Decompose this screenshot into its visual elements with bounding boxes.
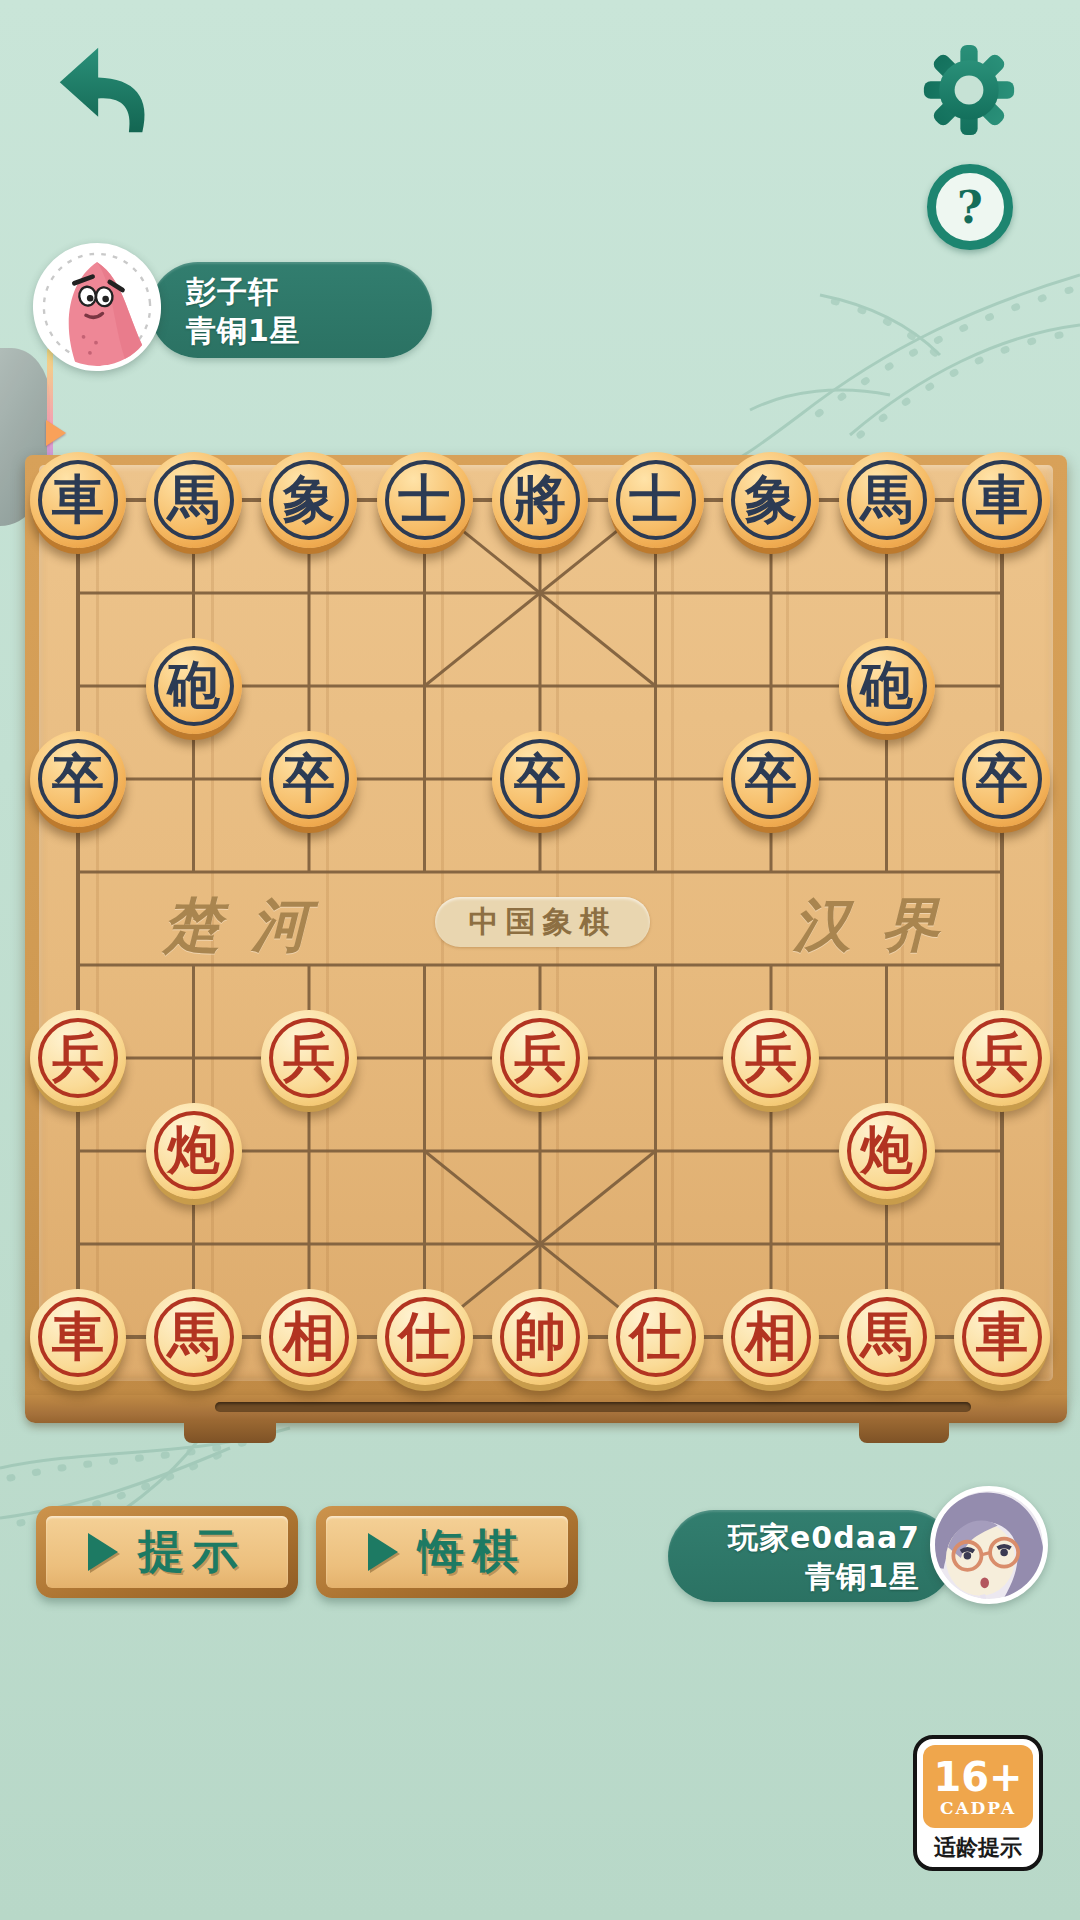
age-rating-age: 16+ [933, 1756, 1022, 1798]
player-rank: 青铜1星 [668, 1557, 920, 1596]
piece-glyph: 士 [630, 473, 682, 525]
piece-ring: 兵 [269, 1018, 349, 1098]
piece-red-兵[interactable]: 兵 [954, 1010, 1050, 1106]
piece-red-兵[interactable]: 兵 [261, 1010, 357, 1106]
piece-ring: 車 [962, 1297, 1042, 1377]
piece-ring: 卒 [731, 739, 811, 819]
piece-ring: 象 [269, 460, 349, 540]
piece-glyph: 象 [745, 473, 797, 525]
piece-red-炮[interactable]: 炮 [839, 1103, 935, 1199]
piece-red-兵[interactable]: 兵 [492, 1010, 588, 1106]
piece-glyph: 仕 [399, 1310, 451, 1362]
piece-glyph: 相 [745, 1310, 797, 1362]
piece-black-車[interactable]: 車 [30, 452, 126, 548]
piece-ring: 馬 [847, 1297, 927, 1377]
piece-glyph: 帥 [514, 1310, 566, 1362]
piece-black-卒[interactable]: 卒 [492, 731, 588, 827]
piece-ring: 砲 [847, 646, 927, 726]
piece-red-仕[interactable]: 仕 [377, 1289, 473, 1385]
piece-ring: 相 [269, 1297, 349, 1377]
piece-ring: 卒 [500, 739, 580, 819]
player-badge: 玩家e0daa7 青铜1星 [668, 1510, 954, 1602]
piece-ring: 馬 [154, 460, 234, 540]
piece-ring: 卒 [38, 739, 118, 819]
opponent-badge: 彭子轩 青铜1星 [150, 262, 432, 358]
age-rating-org: CADPA [940, 1798, 1016, 1818]
age-rating-box: 16+ CADPA [923, 1745, 1033, 1828]
piece-red-炮[interactable]: 炮 [146, 1103, 242, 1199]
piece-red-馬[interactable]: 馬 [839, 1289, 935, 1385]
piece-ring: 炮 [154, 1111, 234, 1191]
piece-ring: 仕 [616, 1297, 696, 1377]
back-button[interactable] [46, 40, 158, 136]
undo-button[interactable]: 悔棋 [316, 1506, 578, 1598]
hint-button[interactable]: 提示 [36, 1506, 298, 1598]
question-mark-icon: ? [957, 182, 983, 233]
player-avatar [930, 1486, 1048, 1604]
piece-ring: 馬 [847, 460, 927, 540]
piece-black-車[interactable]: 車 [954, 452, 1050, 548]
piece-red-兵[interactable]: 兵 [723, 1010, 819, 1106]
piece-glyph: 馬 [861, 1310, 913, 1362]
piece-black-象[interactable]: 象 [261, 452, 357, 548]
piece-glyph: 象 [283, 473, 335, 525]
board-foot-right [859, 1421, 949, 1443]
piece-glyph: 仕 [630, 1310, 682, 1362]
board-foot-left [184, 1421, 276, 1443]
piece-red-仕[interactable]: 仕 [608, 1289, 704, 1385]
game-screen: { "game": "xiangqi", "icons": { "back": … [0, 0, 1080, 1920]
age-rating-badge: 16+ CADPA 适龄提示 [913, 1735, 1043, 1871]
piece-glyph: 車 [52, 473, 104, 525]
piece-black-象[interactable]: 象 [723, 452, 819, 548]
piece-red-馬[interactable]: 馬 [146, 1289, 242, 1385]
pieces-layer: 車馬象士將士象馬車砲砲卒卒卒卒卒兵兵兵兵兵炮炮車馬相仕帥仕相馬車 [25, 455, 1067, 1395]
piece-glyph: 車 [976, 1310, 1028, 1362]
piece-glyph: 將 [514, 473, 566, 525]
piece-ring: 卒 [962, 739, 1042, 819]
piece-glyph: 馬 [168, 1310, 220, 1362]
piece-glyph: 砲 [861, 659, 913, 711]
piece-glyph: 卒 [52, 752, 104, 804]
piece-glyph: 卒 [745, 752, 797, 804]
piece-ring: 帥 [500, 1297, 580, 1377]
piece-ring: 士 [616, 460, 696, 540]
piece-ring: 車 [962, 460, 1042, 540]
piece-ring: 兵 [962, 1018, 1042, 1098]
opponent-rank: 青铜1星 [186, 311, 432, 350]
piece-glyph: 兵 [976, 1031, 1028, 1083]
piece-glyph: 車 [52, 1310, 104, 1362]
settings-button[interactable] [916, 42, 1022, 138]
play-triangle-icon [88, 1533, 118, 1571]
piece-red-車[interactable]: 車 [30, 1289, 126, 1385]
piece-ring: 卒 [269, 739, 349, 819]
piece-ring: 相 [731, 1297, 811, 1377]
piece-ring: 士 [385, 460, 465, 540]
piece-black-士[interactable]: 士 [377, 452, 473, 548]
piece-black-馬[interactable]: 馬 [839, 452, 935, 548]
piece-black-卒[interactable]: 卒 [30, 731, 126, 827]
back-arrow-icon [46, 40, 158, 136]
piece-black-卒[interactable]: 卒 [261, 731, 357, 827]
age-rating-note: 适龄提示 [934, 1833, 1022, 1863]
piece-ring: 車 [38, 1297, 118, 1377]
piece-ring: 仕 [385, 1297, 465, 1377]
opponent-name: 彭子轩 [186, 272, 432, 311]
piece-glyph: 卒 [514, 752, 566, 804]
piece-glyph: 兵 [745, 1031, 797, 1083]
xiangqi-board[interactable]: 楚河 汉界 中国象棋 車馬象士將士象馬車砲砲卒卒卒卒卒兵兵兵兵兵炮炮車馬相仕帥仕… [25, 455, 1067, 1395]
piece-black-士[interactable]: 士 [608, 452, 704, 548]
board-base [25, 1395, 1067, 1423]
piece-glyph: 馬 [861, 473, 913, 525]
piece-black-卒[interactable]: 卒 [723, 731, 819, 827]
undo-button-label: 悔棋 [418, 1521, 526, 1583]
help-button[interactable]: ? [927, 164, 1013, 250]
drawer-arrow-icon [46, 420, 66, 446]
piece-glyph: 砲 [168, 659, 220, 711]
hint-button-label: 提示 [138, 1521, 246, 1583]
piece-red-帥[interactable]: 帥 [492, 1289, 588, 1385]
gear-icon [916, 42, 1022, 138]
piece-ring: 兵 [731, 1018, 811, 1098]
piece-glyph: 相 [283, 1310, 335, 1362]
piece-glyph: 卒 [976, 752, 1028, 804]
player-name: 玩家e0daa7 [668, 1518, 920, 1557]
piece-glyph: 車 [976, 473, 1028, 525]
piece-black-砲[interactable]: 砲 [839, 638, 935, 734]
piece-red-相[interactable]: 相 [723, 1289, 819, 1385]
board-base-groove [215, 1402, 971, 1412]
piece-ring: 將 [500, 460, 580, 540]
piece-ring: 砲 [154, 646, 234, 726]
piece-glyph: 炮 [861, 1124, 913, 1176]
piece-ring: 象 [731, 460, 811, 540]
play-triangle-icon [368, 1533, 398, 1571]
piece-red-車[interactable]: 車 [954, 1289, 1050, 1385]
piece-glyph: 兵 [52, 1031, 104, 1083]
piece-black-砲[interactable]: 砲 [146, 638, 242, 734]
piece-ring: 炮 [847, 1111, 927, 1191]
piece-black-馬[interactable]: 馬 [146, 452, 242, 548]
piece-glyph: 炮 [168, 1124, 220, 1176]
piece-ring: 兵 [38, 1018, 118, 1098]
branch-decoration-top-right [640, 235, 1080, 475]
piece-glyph: 卒 [283, 752, 335, 804]
piece-glyph: 士 [399, 473, 451, 525]
piece-ring: 車 [38, 460, 118, 540]
piece-ring: 兵 [500, 1018, 580, 1098]
piece-black-將[interactable]: 將 [492, 452, 588, 548]
piece-glyph: 兵 [283, 1031, 335, 1083]
piece-red-相[interactable]: 相 [261, 1289, 357, 1385]
piece-glyph: 兵 [514, 1031, 566, 1083]
piece-red-兵[interactable]: 兵 [30, 1010, 126, 1106]
piece-ring: 馬 [154, 1297, 234, 1377]
piece-black-卒[interactable]: 卒 [954, 731, 1050, 827]
piece-glyph: 馬 [168, 473, 220, 525]
